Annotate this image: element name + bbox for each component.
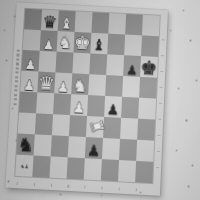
piece-bP-f5: ♟	[106, 103, 119, 118]
piece-wP-b2: ♟	[43, 39, 55, 52]
square-d5: ♟	[70, 94, 88, 116]
square-e8	[84, 158, 102, 180]
square-d7	[68, 136, 86, 158]
square-a5	[19, 91, 37, 113]
square-f8	[101, 159, 119, 181]
square-h1	[142, 15, 160, 36]
square-f7	[102, 138, 120, 160]
square-c3	[55, 52, 73, 74]
square-c2: ♞	[57, 31, 75, 53]
board-corner-logo: ♞♟	[20, 163, 28, 168]
square-a8: ♞♟	[15, 155, 33, 177]
piece-bQ-b1: ♛	[42, 14, 58, 31]
square-a7: ♞	[16, 133, 34, 155]
square-f2	[107, 34, 125, 56]
square-g2	[124, 35, 142, 57]
square-a4: ♟	[20, 71, 38, 93]
square-e3	[89, 53, 107, 75]
square-b6	[35, 113, 53, 135]
square-f5: ♟	[104, 96, 122, 118]
square-g7	[119, 139, 137, 161]
square-g3: ♟	[123, 55, 141, 77]
square-a1	[24, 9, 42, 30]
chessboard-photo: ♛♝♟♞♚♝♟♟♚♟♛♟♞♟♟♜♞♟♞♟	[0, 0, 200, 200]
square-g1	[125, 14, 143, 35]
square-c8	[49, 156, 67, 178]
square-d2: ♚	[73, 32, 91, 54]
piece-wB-c1: ♝	[59, 16, 73, 31]
piece-wR-e6: ♜	[86, 118, 105, 136]
square-c6	[52, 114, 70, 136]
chess-board: ♛♝♟♞♚♝♟♟♚♟♛♟♞♟♟♜♞♟♞♟	[5, 2, 168, 195]
square-f1	[108, 13, 126, 34]
square-b2: ♟	[40, 30, 58, 52]
square-c4: ♟	[54, 72, 72, 94]
square-a2	[23, 29, 41, 51]
square-b5	[36, 92, 54, 114]
piece-bB-e2: ♝	[92, 38, 107, 54]
piece-bP-g3: ♟	[126, 63, 138, 76]
square-c5	[53, 93, 71, 115]
piece-wP-c4: ♟	[57, 80, 70, 94]
piece-wQ-b4: ♛	[37, 74, 55, 94]
square-h6	[137, 119, 155, 141]
square-e1	[91, 12, 109, 33]
square-h5	[138, 98, 156, 120]
square-d1	[75, 11, 93, 32]
square-h2	[141, 35, 159, 57]
piece-wN-c2: ♞	[58, 36, 73, 52]
square-e2: ♝	[90, 33, 108, 55]
square-f3	[106, 54, 124, 76]
square-d3	[72, 53, 90, 75]
square-e4	[88, 74, 106, 96]
square-h3: ♚	[140, 56, 158, 78]
square-h8	[135, 161, 153, 183]
square-h7	[136, 140, 154, 162]
piece-bK-h3: ♚	[140, 58, 158, 78]
square-b7	[34, 134, 52, 156]
piece-bN-a7: ♞	[17, 136, 35, 156]
board-margin-brand-text	[13, 50, 20, 108]
square-a6	[18, 112, 36, 134]
square-g6	[120, 118, 138, 140]
square-e5	[87, 95, 105, 117]
square-c1: ♝	[58, 10, 76, 31]
square-b8	[32, 156, 50, 178]
square-c7	[51, 135, 69, 157]
square-b3	[38, 51, 56, 73]
square-b1: ♛	[41, 10, 59, 31]
piece-wP-a3: ♟	[24, 58, 36, 71]
square-a3: ♟	[22, 50, 40, 72]
square-e6: ♜	[86, 116, 104, 138]
chess-board-grid: ♛♝♟♞♚♝♟♟♚♟♛♟♞♟♟♜♞♟♞♟	[15, 9, 160, 183]
board-margin-coordinates-bottom	[17, 182, 152, 192]
square-f4	[105, 75, 123, 97]
square-e7: ♟	[85, 137, 103, 159]
square-d6	[69, 115, 87, 137]
square-d8	[67, 157, 85, 179]
square-g5	[121, 97, 139, 119]
square-b4: ♛	[37, 72, 55, 94]
photo-noise-speckles	[0, 0, 1, 1]
square-g8	[118, 160, 136, 182]
piece-wK-d2: ♚	[74, 34, 92, 53]
piece-wN-d4: ♞	[72, 78, 88, 95]
square-h4	[139, 77, 157, 99]
piece-wP-d5: ♟	[72, 101, 85, 116]
square-g4	[122, 76, 140, 98]
piece-bP-e7: ♟	[87, 143, 101, 159]
square-d4: ♞	[71, 73, 89, 95]
piece-wP-a4: ♟	[23, 78, 36, 92]
